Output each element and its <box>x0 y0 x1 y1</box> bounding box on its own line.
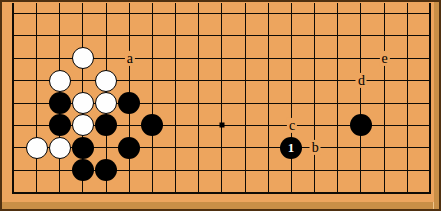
white-stone-d5 <box>72 92 94 114</box>
grid-hline <box>12 80 431 81</box>
move-number: 1 <box>288 137 295 159</box>
black-stone-f5 <box>118 92 140 114</box>
grid-vline <box>198 3 199 194</box>
white-stone-b3 <box>26 137 48 159</box>
grid-vline <box>268 3 269 194</box>
go-board: 1aedcb <box>2 2 434 202</box>
go-diagram: 1aedcb <box>0 0 441 211</box>
move-1-black-stone-n3: 1 <box>280 137 302 159</box>
black-stone-d3 <box>72 137 94 159</box>
grid-vline <box>152 3 153 194</box>
black-stone-c5 <box>49 92 71 114</box>
grid-vline <box>221 3 222 194</box>
black-stone-q4 <box>350 114 372 136</box>
grid-hline <box>12 13 431 14</box>
board-bottom-edge <box>12 192 431 194</box>
black-stone-c4 <box>49 114 71 136</box>
grid-vline <box>384 3 385 194</box>
grid-vline <box>429 3 431 194</box>
black-stone-d2 <box>72 159 94 181</box>
grid-hline <box>12 35 431 36</box>
white-stone-e5 <box>95 92 117 114</box>
black-stone-f3 <box>118 137 140 159</box>
point-label-b: b <box>310 140 321 155</box>
point-label-c: c <box>287 118 297 133</box>
black-stone-g4 <box>141 114 163 136</box>
grid-vline <box>36 3 37 194</box>
black-stone-e4 <box>95 114 117 136</box>
grid-vline <box>407 3 408 194</box>
grid-vline <box>175 3 176 194</box>
white-stone-e6 <box>95 70 117 92</box>
point-label-a: a <box>125 51 135 66</box>
point-label-d: d <box>356 73 367 88</box>
grid-vline <box>291 3 292 194</box>
white-stone-d4 <box>72 114 94 136</box>
star-point-k4 <box>219 123 224 128</box>
grid-vline <box>12 3 14 194</box>
white-stone-c6 <box>49 70 71 92</box>
white-stone-d7 <box>72 47 94 69</box>
grid-vline <box>360 3 361 194</box>
black-stone-e2 <box>95 159 117 181</box>
grid-vline <box>314 3 315 194</box>
point-label-e: e <box>380 51 390 66</box>
grid-vline <box>337 3 338 194</box>
white-stone-c3 <box>49 137 71 159</box>
grid-vline <box>245 3 246 194</box>
